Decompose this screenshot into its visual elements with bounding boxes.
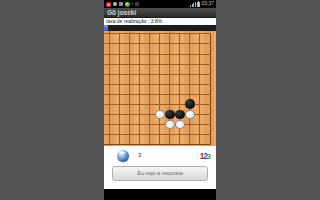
board-horizontal-line	[104, 54, 211, 55]
white-stone-Q3[interactable]	[175, 120, 185, 130]
board-vertical-line	[159, 33, 160, 145]
signal-icon	[190, 2, 196, 7]
white-stone-O4[interactable]	[155, 110, 165, 120]
board-vertical-line	[109, 31, 110, 146]
show-answer-button[interactable]: Eu vejo a resposta	[112, 166, 208, 181]
black-stone-R5[interactable]	[185, 99, 195, 109]
black-stone-P4[interactable]	[165, 110, 175, 120]
bottom-toolbar: 3 123	[104, 146, 216, 166]
globe-icon[interactable]	[117, 150, 129, 162]
board-vertical-line	[139, 33, 140, 145]
numbers-icon-digit: 3	[207, 153, 210, 160]
white-stone-P3[interactable]	[165, 120, 175, 130]
app-screen: d ↑ 03:37 Gõ joseki taxa de realização :…	[104, 0, 216, 200]
board-horizontal-line	[104, 43, 211, 44]
board-vertical-line	[189, 33, 190, 145]
square-icon	[119, 2, 124, 7]
app-title: Gõ joseki	[107, 9, 136, 16]
problem-counter: 3	[138, 152, 141, 158]
circle-icon	[113, 2, 118, 7]
board-horizontal-line	[104, 94, 211, 95]
green-globe-icon	[125, 2, 130, 7]
status-indicators: 03:37	[190, 0, 214, 8]
board-vertical-line	[210, 33, 211, 145]
board-horizontal-line	[104, 134, 211, 135]
black-stone-Q4[interactable]	[175, 110, 185, 120]
white-stone-R4[interactable]	[185, 110, 195, 120]
board-vertical-line	[119, 33, 120, 145]
board-horizontal-line	[104, 124, 211, 125]
status-time: 03:37	[202, 0, 215, 8]
completion-rate-label: taxa de realização : 3.8%	[104, 18, 216, 25]
dim-icon	[135, 2, 139, 6]
up-arrow-icon: ↑	[131, 2, 134, 7]
board-horizontal-line	[104, 64, 211, 65]
bottom-strip	[104, 189, 216, 200]
go-board[interactable]	[104, 31, 216, 146]
board-vertical-line	[199, 33, 200, 145]
move-numbers-icon[interactable]: 123	[200, 150, 210, 163]
board-horizontal-line	[104, 74, 211, 75]
notification-icons: d ↑	[106, 2, 139, 7]
board-horizontal-line	[104, 84, 211, 85]
board-vertical-line	[149, 33, 150, 145]
status-bar: d ↑ 03:37	[104, 0, 216, 8]
board-horizontal-line	[104, 33, 211, 34]
battery-icon	[197, 2, 200, 7]
board-vertical-line	[129, 33, 130, 145]
d-badge-icon: d	[106, 2, 111, 7]
title-bar: Gõ joseki	[104, 8, 216, 18]
